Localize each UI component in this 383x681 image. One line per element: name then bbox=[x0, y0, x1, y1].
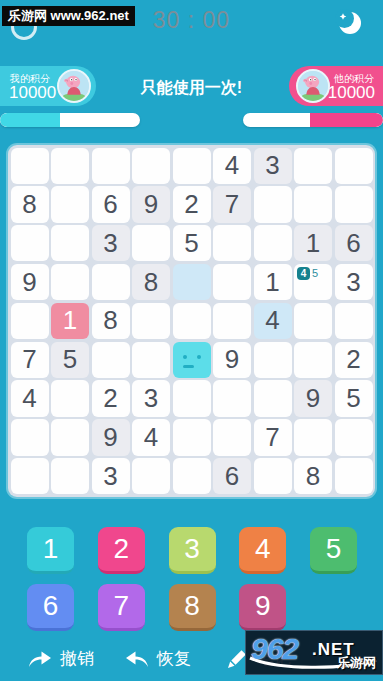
cell-r7c3[interactable]: 2 bbox=[92, 380, 130, 416]
cell-r1c7[interactable]: 3 bbox=[254, 148, 292, 184]
cell-r9c8[interactable]: 8 bbox=[294, 458, 332, 494]
cell-r6c5[interactable] bbox=[173, 342, 211, 378]
cell-r4c4[interactable]: 8 bbox=[132, 264, 170, 300]
cell-r2c8[interactable] bbox=[294, 186, 332, 222]
numpad-button-5[interactable]: 5 bbox=[310, 527, 357, 574]
cell-r8c2[interactable] bbox=[51, 419, 89, 455]
cell-r1c8[interactable] bbox=[294, 148, 332, 184]
cell-r2c7[interactable] bbox=[254, 186, 292, 222]
redo-arrow-icon bbox=[124, 646, 150, 670]
cell-r4c5[interactable] bbox=[173, 264, 211, 300]
cell-r5c4[interactable] bbox=[132, 303, 170, 339]
cell-r9c3[interactable]: 3 bbox=[92, 458, 130, 494]
cell-r4c1[interactable]: 9 bbox=[11, 264, 49, 300]
cell-r1c4[interactable] bbox=[132, 148, 170, 184]
numpad-button-2[interactable]: 2 bbox=[98, 527, 145, 574]
cell-r2c6[interactable]: 7 bbox=[213, 186, 251, 222]
cell-r2c3[interactable]: 6 bbox=[92, 186, 130, 222]
cell-r7c1[interactable]: 4 bbox=[11, 380, 49, 416]
cell-r6c9[interactable]: 2 bbox=[335, 342, 373, 378]
cell-r2c5[interactable]: 2 bbox=[173, 186, 211, 222]
cell-r1c3[interactable] bbox=[92, 148, 130, 184]
opponent-progress-bar bbox=[243, 113, 383, 127]
cell-r6c4[interactable] bbox=[132, 342, 170, 378]
cell-r8c6[interactable] bbox=[213, 419, 251, 455]
opponent-score-panel: 他的积分 10000 bbox=[289, 66, 383, 106]
cell-r7c6[interactable] bbox=[213, 380, 251, 416]
cell-r1c1[interactable] bbox=[11, 148, 49, 184]
cell-r8c4[interactable]: 4 bbox=[132, 419, 170, 455]
cell-r3c7[interactable] bbox=[254, 225, 292, 261]
cell-r8c7[interactable]: 7 bbox=[254, 419, 292, 455]
cell-r7c4[interactable]: 3 bbox=[132, 380, 170, 416]
cell-r3c1[interactable] bbox=[11, 225, 49, 261]
numpad-button-1[interactable]: 1 bbox=[27, 527, 74, 574]
redo-button[interactable]: 恢复 bbox=[124, 646, 191, 670]
cell-r5c1[interactable] bbox=[11, 303, 49, 339]
sleepy-face-icon bbox=[173, 342, 211, 378]
cell-r8c5[interactable] bbox=[173, 419, 211, 455]
pencil-mark: 5 bbox=[312, 267, 318, 280]
numpad-button-7[interactable]: 7 bbox=[98, 584, 145, 631]
cell-r9c6[interactable]: 6 bbox=[213, 458, 251, 494]
cell-r4c3[interactable] bbox=[92, 264, 130, 300]
numpad-row-1: 12345 bbox=[0, 527, 383, 574]
cell-r6c2[interactable]: 5 bbox=[51, 342, 89, 378]
cell-r5c6[interactable] bbox=[213, 303, 251, 339]
cell-r2c9[interactable] bbox=[335, 186, 373, 222]
undo-button[interactable]: 撤销 bbox=[27, 646, 94, 670]
cell-r4c6[interactable] bbox=[213, 264, 251, 300]
opponent-progress-fill bbox=[310, 113, 383, 127]
watermark-top: 乐游网 www.962.net bbox=[2, 6, 135, 26]
cell-r9c4[interactable] bbox=[132, 458, 170, 494]
cell-r8c8[interactable] bbox=[294, 419, 332, 455]
cell-r1c5[interactable] bbox=[173, 148, 211, 184]
cell-r5c3[interactable]: 8 bbox=[92, 303, 130, 339]
numpad-button-6[interactable]: 6 bbox=[27, 584, 74, 631]
cell-r9c5[interactable] bbox=[173, 458, 211, 494]
cell-r8c3[interactable]: 9 bbox=[92, 419, 130, 455]
cell-r6c7[interactable] bbox=[254, 342, 292, 378]
numpad-button-9[interactable]: 9 bbox=[239, 584, 286, 631]
cell-r3c4[interactable] bbox=[132, 225, 170, 261]
cell-r9c9[interactable] bbox=[335, 458, 373, 494]
cell-r4c9[interactable]: 3 bbox=[335, 264, 373, 300]
cell-r6c8[interactable] bbox=[294, 342, 332, 378]
opponent-avatar bbox=[296, 69, 330, 103]
cell-r7c9[interactable]: 5 bbox=[335, 380, 373, 416]
cell-r7c2[interactable] bbox=[51, 380, 89, 416]
cell-r3c8[interactable]: 1 bbox=[294, 225, 332, 261]
cell-r2c1[interactable]: 8 bbox=[11, 186, 49, 222]
cell-r3c3[interactable]: 3 bbox=[92, 225, 130, 261]
cell-r4c2[interactable] bbox=[51, 264, 89, 300]
cell-r5c9[interactable] bbox=[335, 303, 373, 339]
numpad-button-3[interactable]: 3 bbox=[169, 527, 216, 574]
cell-r1c2[interactable] bbox=[51, 148, 89, 184]
my-progress-fill bbox=[0, 113, 60, 127]
numpad-button-4[interactable]: 4 bbox=[239, 527, 286, 574]
cell-r5c5[interactable] bbox=[173, 303, 211, 339]
cell-r3c9[interactable]: 6 bbox=[335, 225, 373, 261]
cell-r3c6[interactable] bbox=[213, 225, 251, 261]
cell-r7c7[interactable] bbox=[254, 380, 292, 416]
cell-r8c1[interactable] bbox=[11, 419, 49, 455]
cell-r6c1[interactable]: 7 bbox=[11, 342, 49, 378]
cell-r9c2[interactable] bbox=[51, 458, 89, 494]
cell-r6c3[interactable] bbox=[92, 342, 130, 378]
my-progress-bar bbox=[0, 113, 140, 127]
cell-r8c9[interactable] bbox=[335, 419, 373, 455]
watermark-bottom: 962 .NET 乐游网 bbox=[245, 630, 383, 675]
undo-arrow-icon bbox=[27, 646, 53, 670]
redo-label: 恢复 bbox=[157, 647, 191, 670]
opponent-score-value: 10000 bbox=[328, 83, 375, 103]
cell-r5c7[interactable]: 4 bbox=[254, 303, 292, 339]
cell-r1c9[interactable] bbox=[335, 148, 373, 184]
sudoku-app: 30 : 00 我的积分 10000 只能使用一次 bbox=[0, 0, 383, 681]
cell-r7c5[interactable] bbox=[173, 380, 211, 416]
cell-r6c6[interactable]: 9 bbox=[213, 342, 251, 378]
cell-r2c2[interactable] bbox=[51, 186, 89, 222]
night-mode-moon-icon[interactable] bbox=[334, 8, 364, 38]
watermark-962: 962 bbox=[251, 632, 298, 666]
numpad-button-8[interactable]: 8 bbox=[169, 584, 216, 631]
cell-r1c6[interactable]: 4 bbox=[213, 148, 251, 184]
sudoku-grid: 43869273516981453184759242395947368 bbox=[8, 145, 375, 497]
cell-r5c8[interactable] bbox=[294, 303, 332, 339]
cell-r9c7[interactable] bbox=[254, 458, 292, 494]
cell-r3c2[interactable] bbox=[51, 225, 89, 261]
pencil-mark-badge: 4 bbox=[297, 267, 310, 280]
undo-label: 撤销 bbox=[60, 647, 94, 670]
numpad-row-2: 6789 bbox=[0, 584, 383, 631]
cell-r3c5[interactable]: 5 bbox=[173, 225, 211, 261]
cell-r4c7[interactable]: 1 bbox=[254, 264, 292, 300]
cell-r7c8[interactable]: 9 bbox=[294, 380, 332, 416]
watermark-site: 乐游网 bbox=[337, 654, 376, 672]
cell-r9c1[interactable] bbox=[11, 458, 49, 494]
cell-r4c8[interactable]: 45 bbox=[294, 264, 332, 300]
cell-r5c2[interactable]: 1 bbox=[51, 303, 89, 339]
cell-r2c4[interactable]: 9 bbox=[132, 186, 170, 222]
